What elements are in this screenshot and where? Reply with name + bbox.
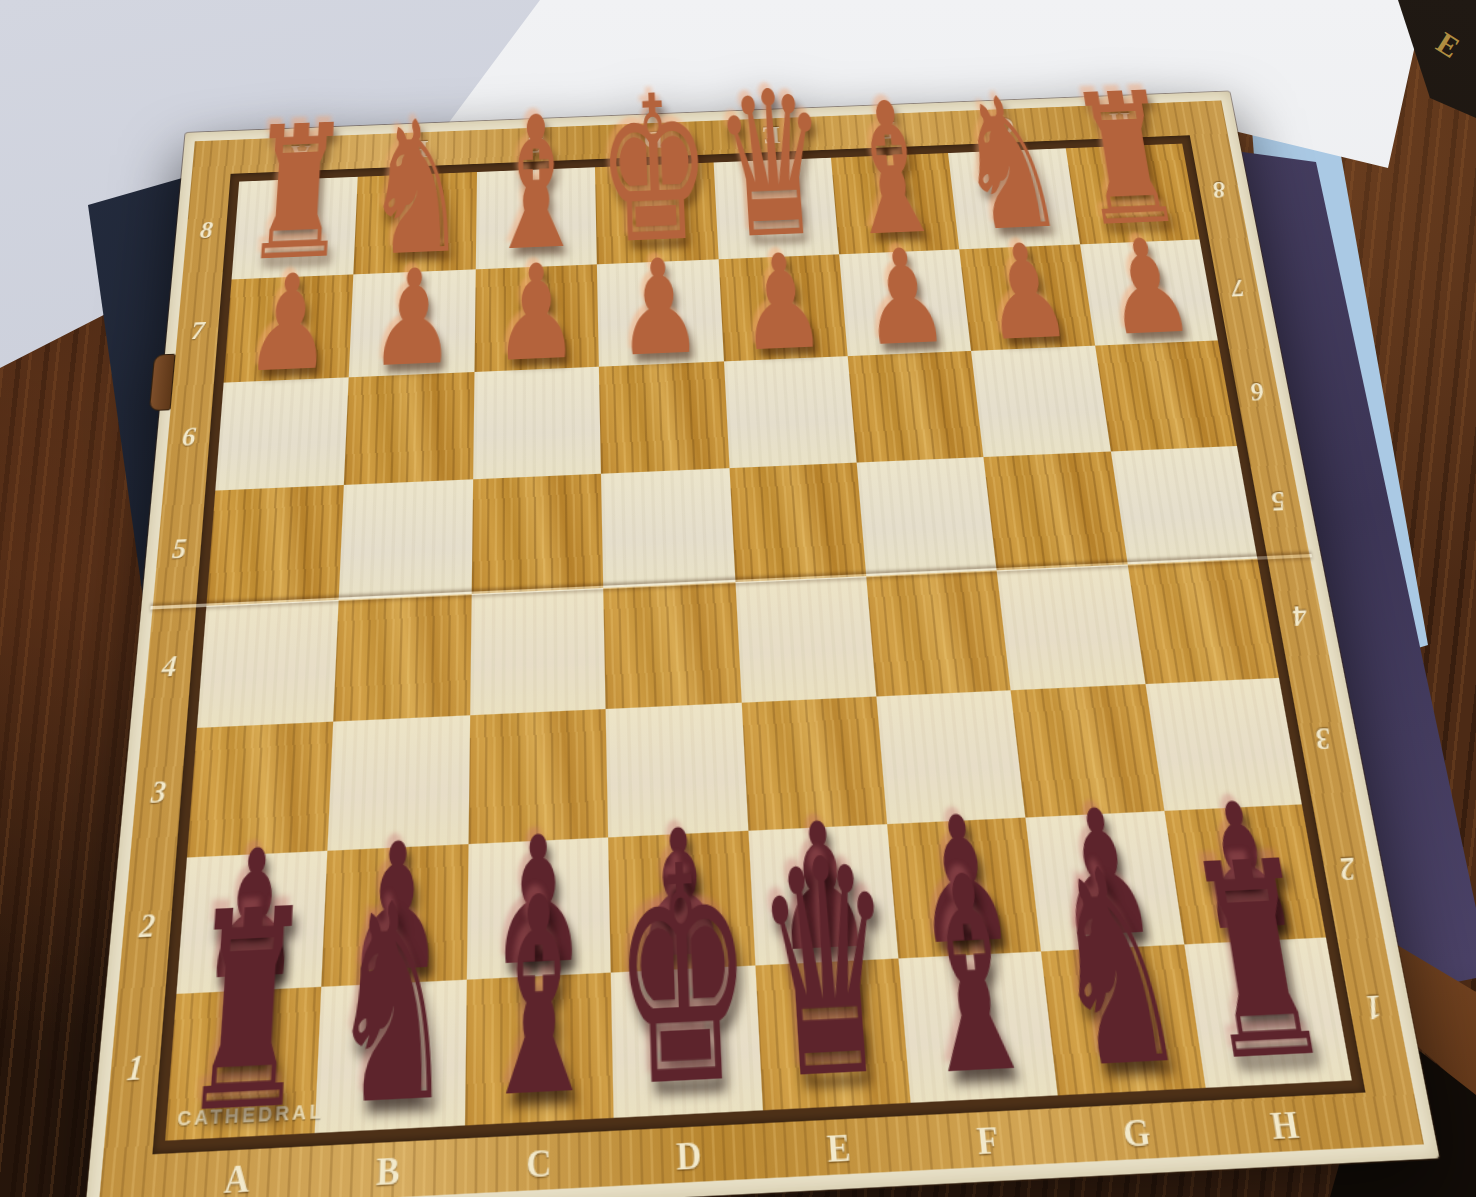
piece-tan-pawn: ♟ [615, 241, 705, 376]
rank-label-left-8: 8 [199, 218, 214, 245]
photo-scene: E ♜♞♝♚♛♝♞♜♟♟♟♟♟♟♟♟♟♟♟♟♟♟♟♟♜CATHEDRAL♞♝♚♛… [0, 0, 1476, 1197]
rank-label-left-5: 5 [171, 533, 188, 564]
rank-label-left-3: 3 [150, 775, 168, 810]
piece-maroon-king: ♚ [611, 826, 759, 1132]
square-h7: ♟ [1080, 239, 1218, 345]
rank-label-left-1: 1 [126, 1048, 145, 1088]
square-e1: ♛ [755, 959, 911, 1111]
rank-label-left-4: 4 [161, 651, 178, 684]
square-h5 [1111, 446, 1258, 564]
chess-board: ♜♞♝♚♛♝♞♜♟♟♟♟♟♟♟♟♟♟♟♟♟♟♟♟♜CATHEDRAL♞♝♚♛♝♞… [84, 91, 1440, 1197]
square-b5 [339, 480, 473, 600]
square-f5 [857, 457, 997, 576]
piece-maroon-bishop: ♝ [475, 860, 604, 1139]
piece-tan-pawn: ♟ [856, 231, 954, 365]
square-d5 [601, 468, 735, 588]
piece-tan-pawn: ♟ [242, 256, 336, 392]
rank-label-left-6: 6 [181, 422, 197, 452]
piece-tan-pawn: ♟ [493, 246, 580, 381]
piece-tan-pawn: ♟ [368, 251, 457, 386]
square-g7: ♟ [959, 244, 1094, 350]
square-b1: ♞ [315, 980, 466, 1133]
square-a1: ♜CATHEDRAL [165, 987, 322, 1141]
square-g5 [984, 452, 1128, 571]
rank-label-left-2: 2 [138, 908, 157, 945]
piece-maroon-knight: ♞ [325, 867, 459, 1147]
square-a5 [206, 485, 344, 606]
piece-tan-pawn: ♟ [736, 236, 830, 370]
rank-label-left-7: 7 [190, 317, 206, 345]
piece-maroon-rook: ♜ [174, 873, 317, 1154]
square-d1: ♚ [611, 966, 762, 1118]
square-e5 [729, 463, 866, 582]
square-c1: ♝ [465, 973, 614, 1126]
piece-maroon-queen: ♛ [751, 819, 909, 1124]
square-f1: ♝ [898, 952, 1058, 1103]
square-c5 [471, 474, 603, 594]
